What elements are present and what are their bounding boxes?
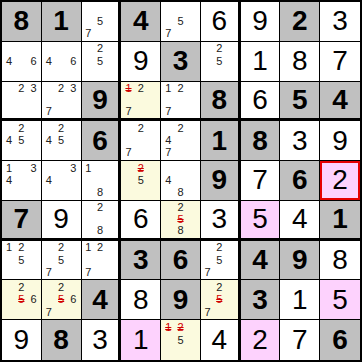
candidate-slot-empty [43, 281, 55, 293]
cell-r5c2[interactable]: 34 [42, 161, 82, 201]
candidate-4: 4 [43, 135, 55, 147]
candidate-slot-empty [187, 334, 199, 347]
cell-r2c4[interactable]: 9 [121, 42, 161, 82]
candidate-slot-empty [147, 83, 159, 95]
entry-digit: 6 [133, 205, 149, 233]
cell-r3c1[interactable]: 23 [2, 82, 42, 122]
candidate-slot-empty [15, 55, 27, 67]
candidate-slot-empty [28, 43, 40, 55]
candidate-slot-empty [43, 162, 55, 174]
candidate-slot-empty [43, 294, 55, 306]
candidate-slot-empty [174, 162, 186, 174]
entry-digit: 9 [133, 47, 149, 75]
cell-r9c1[interactable]: 9 [2, 320, 42, 360]
candidate-grid: 18 [83, 162, 118, 199]
candidate-slot-empty [202, 294, 214, 306]
candidate-slot-empty [3, 266, 15, 278]
candidate-slot-empty [106, 67, 118, 79]
given-digit: 9 [211, 166, 227, 194]
given-digit: 4 [92, 286, 108, 314]
candidate-5: 5 [94, 15, 106, 27]
given-digit: 8 [53, 326, 69, 354]
candidate-slot-empty [225, 55, 237, 67]
cell-r3c6[interactable]: 8 [201, 82, 241, 122]
cell-r8c4[interactable]: 8 [121, 280, 161, 320]
candidate-slot-empty [28, 266, 40, 278]
cell-r4c6[interactable]: 1 [201, 121, 241, 161]
entry-digit: 1 [133, 326, 149, 354]
candidate-slot-empty [3, 106, 15, 118]
candidate-8: 8 [174, 225, 186, 237]
cell-r3c3[interactable]: 9 [82, 82, 122, 122]
candidate-slot-empty [174, 135, 186, 147]
candidate-grid: 25 [202, 43, 237, 80]
sudoku-board: 8157457692346462593251872323791271278654… [0, 0, 362, 362]
cell-r9c6[interactable]: 4 [201, 320, 241, 360]
candidate-slot-empty [147, 135, 159, 147]
candidate-2: 2 [135, 122, 147, 134]
candidate-slot-empty [67, 266, 79, 278]
candidate-grid: 245 [43, 122, 80, 159]
candidate-slot-empty [83, 213, 95, 225]
candidate-grid: 34 [43, 162, 80, 199]
candidate-2: 2 [55, 83, 67, 95]
candidate-slot-empty [3, 294, 15, 306]
cell-r9c5[interactable]: 125 [161, 320, 201, 360]
candidate-slot-empty [3, 306, 15, 318]
cell-r2c2[interactable]: 46 [42, 42, 82, 82]
candidate-slot-empty [187, 346, 199, 359]
cell-r4c2[interactable]: 245 [42, 121, 82, 161]
entry-digit: 6 [252, 86, 268, 114]
candidate-grid: 57 [83, 3, 118, 40]
given-digit: 8 [14, 7, 30, 35]
candidate-slot-empty [174, 28, 186, 40]
given-digit: 5 [292, 86, 308, 114]
candidate-slot-empty [67, 187, 79, 199]
candidate-slot-empty [122, 174, 134, 186]
candidate-slot-empty [106, 187, 118, 199]
candidate-5: 5 [213, 55, 225, 67]
candidate-slot-empty [94, 3, 106, 15]
cell-r2c8[interactable]: 8 [280, 42, 320, 82]
candidate-grid: 28 [83, 202, 118, 237]
cell-r1c8[interactable]: 2 [280, 2, 320, 42]
candidate-slot-empty [3, 94, 15, 106]
cell-r8c1[interactable]: 256 [2, 280, 42, 320]
candidate-5: 5 [213, 254, 225, 266]
candidate-slot-empty [94, 67, 106, 79]
candidate-2: 2 [15, 122, 27, 134]
candidate-5: 5 [15, 254, 27, 266]
candidate-slot-empty [67, 242, 79, 254]
candidate-4: 4 [43, 55, 55, 67]
cell-r5c7[interactable]: 7 [241, 161, 281, 201]
candidate-1: 1 [83, 162, 95, 174]
candidate-grid: 125 [3, 242, 40, 279]
candidate-grid: 257 [202, 281, 237, 318]
candidate-slot-empty [135, 106, 147, 118]
cell-r8c6[interactable]: 257 [201, 280, 241, 320]
candidate-2: 2 [174, 83, 186, 95]
candidate-slot-empty [122, 135, 134, 147]
cell-r3c5[interactable]: 127 [161, 82, 201, 122]
candidate-5: 5 [174, 15, 186, 27]
candidate-slot-empty [28, 135, 40, 147]
candidate-grid: 257 [202, 242, 237, 279]
entry-digit: 8 [332, 246, 348, 274]
candidate-slot-empty [3, 147, 15, 159]
cell-r9c8[interactable]: 7 [280, 320, 320, 360]
candidate-2: 2 [213, 242, 225, 254]
cell-r1c1[interactable]: 8 [2, 2, 42, 42]
cell-r6c6[interactable]: 3 [201, 201, 241, 241]
candidate-7: 7 [202, 266, 214, 278]
candidate-4: 4 [3, 135, 15, 147]
given-digit: 6 [173, 246, 189, 274]
candidate-8: 8 [174, 187, 186, 199]
candidate-grid: 245 [3, 122, 40, 159]
cell-r4c8[interactable]: 3 [280, 121, 320, 161]
candidate-2: 2 [15, 83, 27, 95]
candidate-2: 2 [213, 43, 225, 55]
candidate-slot-empty [147, 122, 159, 134]
candidate-1: 1 [3, 242, 15, 254]
candidate-slot-empty [28, 67, 40, 79]
cell-r3c4[interactable]: 127 [121, 82, 161, 122]
candidate-slot-empty [106, 266, 118, 278]
given-digit: 9 [92, 86, 108, 114]
candidate-5: 5 [135, 174, 147, 186]
cell-r6c8[interactable]: 4 [280, 201, 320, 241]
cell-r5c8[interactable]: 6 [280, 161, 320, 201]
candidate-slot-empty [106, 174, 118, 186]
cell-r9c7[interactable]: 2 [241, 320, 281, 360]
candidate-2-eliminated: 2 [135, 162, 147, 174]
candidate-slot-empty [67, 94, 79, 106]
candidate-slot-empty [43, 67, 55, 79]
candidate-slot-empty [83, 55, 95, 67]
given-digit: 6 [332, 326, 348, 354]
cell-r4c5[interactable]: 247 [161, 121, 201, 161]
cell-r9c2[interactable]: 8 [42, 320, 82, 360]
candidate-slot-empty [135, 187, 147, 199]
candidate-slot-empty [162, 162, 174, 174]
cell-r6c1[interactable]: 7 [2, 201, 42, 241]
candidate-slot-empty [147, 94, 159, 106]
candidate-slot-empty [147, 187, 159, 199]
candidate-2-eliminated: 2 [174, 321, 186, 334]
candidate-slot-empty [174, 94, 186, 106]
candidate-slot-empty [55, 306, 67, 318]
candidate-slot-empty [43, 43, 55, 55]
cell-r8c9[interactable]: 5 [320, 280, 360, 320]
given-digit: 4 [252, 246, 268, 274]
candidate-slot-empty [202, 242, 214, 254]
candidate-grid: 2567 [43, 281, 80, 318]
candidate-slot-empty [94, 162, 106, 174]
candidate-slot-empty [187, 94, 199, 106]
candidate-slot-empty [106, 242, 118, 254]
candidate-slot-empty [135, 135, 147, 147]
candidate-slot-empty [187, 187, 199, 199]
candidate-slot-empty [94, 254, 106, 266]
candidate-slot-empty [162, 213, 174, 225]
candidate-slot-empty [3, 187, 15, 199]
candidate-slot-empty [67, 43, 79, 55]
candidate-slot-empty [67, 122, 79, 134]
cell-r7c9[interactable]: 8 [320, 241, 360, 281]
cell-r1c7[interactable]: 9 [241, 2, 281, 42]
cell-r2c3[interactable]: 25 [82, 42, 122, 82]
cell-r5c1[interactable]: 134 [2, 161, 42, 201]
candidate-slot-empty [147, 147, 159, 159]
cell-r5c3[interactable]: 18 [82, 161, 122, 201]
candidate-3: 3 [67, 83, 79, 95]
cell-r7c8[interactable]: 9 [280, 241, 320, 281]
candidate-slot-empty [67, 254, 79, 266]
candidate-4: 4 [43, 174, 55, 186]
candidate-slot-empty [55, 94, 67, 106]
entry-digit: 4 [211, 326, 227, 354]
candidate-slot-empty [83, 67, 95, 79]
candidate-slot-empty [202, 281, 214, 293]
candidate-slot-empty [3, 254, 15, 266]
entry-digit: 3 [332, 7, 348, 35]
candidate-2: 2 [55, 242, 67, 254]
candidate-slot-empty [122, 162, 134, 174]
candidate-slot-empty [83, 202, 95, 214]
cell-r7c6[interactable]: 257 [201, 241, 241, 281]
cell-r7c7[interactable]: 4 [241, 241, 281, 281]
candidate-5: 5 [15, 135, 27, 147]
candidate-slot-empty [162, 334, 174, 347]
cell-r2c9[interactable]: 7 [320, 42, 360, 82]
cell-r8c5[interactable]: 9 [161, 280, 201, 320]
candidate-slot-empty [43, 83, 55, 95]
candidate-7: 7 [43, 266, 55, 278]
candidate-slot-empty [94, 174, 106, 186]
candidate-slot-empty [15, 266, 27, 278]
candidate-slot-empty [225, 67, 237, 79]
candidate-7: 7 [83, 28, 95, 40]
candidate-slot-empty [15, 67, 27, 79]
candidate-slot-empty [67, 106, 79, 118]
candidate-slot-empty [3, 281, 15, 293]
cell-r1c3[interactable]: 57 [82, 2, 122, 42]
candidate-4: 4 [162, 135, 174, 147]
cell-r7c3[interactable]: 127 [82, 241, 122, 281]
candidate-slot-empty [3, 122, 15, 134]
candidate-slot-empty [43, 147, 55, 159]
entry-digit: 7 [332, 47, 348, 75]
cell-r1c6[interactable]: 6 [201, 2, 241, 42]
cell-r8c8[interactable]: 1 [280, 280, 320, 320]
cell-r3c7[interactable]: 6 [241, 82, 281, 122]
cell-r1c2[interactable]: 1 [42, 2, 82, 42]
candidate-slot-empty [202, 43, 214, 55]
cell-r1c9[interactable]: 3 [320, 2, 360, 42]
candidate-grid: 23 [3, 83, 40, 118]
entry-digit: 2 [332, 166, 348, 194]
entry-digit: 9 [14, 326, 30, 354]
candidate-slot-empty [94, 28, 106, 40]
candidate-slot-empty [15, 94, 27, 106]
candidate-1-eliminated: 1 [122, 83, 134, 95]
entry-digit: 9 [252, 7, 268, 35]
candidate-slot-empty [162, 122, 174, 134]
candidate-slot-empty [174, 3, 186, 15]
cell-r4c7[interactable]: 8 [241, 121, 281, 161]
candidate-1: 1 [3, 162, 15, 174]
candidate-grid: 256 [3, 281, 40, 318]
cell-r5c4[interactable]: 25 [121, 161, 161, 201]
candidate-grid: 127 [162, 83, 199, 118]
candidate-slot-empty [43, 242, 55, 254]
cell-r7c5[interactable]: 6 [161, 241, 201, 281]
cell-r6c3[interactable]: 28 [82, 201, 122, 241]
candidate-6: 6 [28, 294, 40, 306]
candidate-1: 1 [162, 83, 174, 95]
cell-r4c4[interactable]: 27 [121, 121, 161, 161]
candidate-7: 7 [122, 106, 134, 118]
cell-r7c2[interactable]: 257 [42, 241, 82, 281]
candidate-slot-empty [28, 187, 40, 199]
candidate-slot-empty [83, 187, 95, 199]
cell-r7c4[interactable]: 3 [121, 241, 161, 281]
cell-r7c1[interactable]: 125 [2, 241, 42, 281]
cell-r1c5[interactable]: 57 [161, 2, 201, 42]
candidate-3: 3 [67, 162, 79, 174]
candidate-5: 5 [94, 55, 106, 67]
cell-r2c1[interactable]: 46 [2, 42, 42, 82]
candidate-2: 2 [94, 43, 106, 55]
candidate-grid: 46 [3, 43, 40, 80]
cell-r6c9[interactable]: 1 [320, 201, 360, 241]
given-digit: 1 [332, 205, 348, 233]
candidate-2: 2 [174, 202, 186, 214]
cell-r8c7[interactable]: 3 [241, 280, 281, 320]
cell-r3c2[interactable]: 237 [42, 82, 82, 122]
candidate-slot-empty [225, 242, 237, 254]
candidate-5: 5 [55, 254, 67, 266]
candidate-slot-empty [28, 106, 40, 118]
candidate-slot-empty [213, 266, 225, 278]
candidate-slot-empty [187, 202, 199, 214]
candidate-slot-empty [162, 346, 174, 359]
entry-digit: 5 [252, 205, 268, 233]
given-digit: 8 [252, 127, 268, 155]
cell-r6c7[interactable]: 5 [241, 201, 281, 241]
candidate-5-eliminated: 5 [213, 294, 225, 306]
cell-r9c4[interactable]: 1 [121, 320, 161, 360]
entry-digit: 2 [252, 326, 268, 354]
cell-r9c9[interactable]: 6 [320, 320, 360, 360]
candidate-slot-empty [106, 202, 118, 214]
candidate-slot-empty [15, 43, 27, 55]
candidate-slot-empty [94, 266, 106, 278]
candidate-7: 7 [202, 306, 214, 318]
cell-r8c2[interactable]: 2567 [42, 280, 82, 320]
candidate-slot-empty [213, 67, 225, 79]
candidate-slot-empty [28, 147, 40, 159]
cell-r6c2[interactable]: 9 [42, 201, 82, 241]
entry-digit: 6 [211, 7, 227, 35]
candidate-slot-empty [67, 135, 79, 147]
cell-r5c6[interactable]: 9 [201, 161, 241, 201]
cell-r6c4[interactable]: 6 [121, 201, 161, 241]
candidate-slot-empty [187, 213, 199, 225]
entry-digit: 8 [133, 286, 149, 314]
candidate-slot-empty [55, 266, 67, 278]
cell-r4c3[interactable]: 6 [82, 121, 122, 161]
candidate-slot-empty [162, 187, 174, 199]
candidate-slot-empty [15, 187, 27, 199]
candidate-slot-empty [147, 162, 159, 174]
candidate-grid: 257 [43, 242, 80, 279]
given-digit: 1 [211, 127, 227, 155]
candidate-5-eliminated: 5 [174, 213, 186, 225]
cell-r2c5[interactable]: 3 [161, 42, 201, 82]
candidate-slot-empty [106, 213, 118, 225]
cell-r2c6[interactable]: 25 [201, 42, 241, 82]
candidate-2: 2 [15, 242, 27, 254]
cell-r5c5[interactable]: 48 [161, 161, 201, 201]
candidate-grid: 134 [3, 162, 40, 199]
candidate-slot-empty [106, 43, 118, 55]
cell-r9c3[interactable]: 3 [82, 320, 122, 360]
candidate-slot-empty [83, 15, 95, 27]
candidate-slot-empty [225, 254, 237, 266]
cell-r3c9[interactable]: 4 [320, 82, 360, 122]
candidate-slot-empty [213, 306, 225, 318]
candidate-2: 2 [94, 242, 106, 254]
candidate-7: 7 [43, 306, 55, 318]
candidate-2: 2 [174, 122, 186, 134]
given-digit: 7 [14, 205, 30, 233]
candidate-slot-empty [225, 266, 237, 278]
cell-r5c9[interactable]: 2 [320, 161, 360, 201]
given-digit: 4 [332, 86, 348, 114]
candidate-grid: 127 [122, 83, 159, 118]
candidate-slot-empty [187, 135, 199, 147]
candidate-5-eliminated: 5 [55, 294, 67, 306]
candidate-3: 3 [28, 83, 40, 95]
given-digit: 6 [92, 127, 108, 155]
candidate-grid: 247 [162, 122, 199, 159]
cell-r1c4[interactable]: 4 [121, 2, 161, 42]
candidate-slot-empty [187, 3, 199, 15]
candidate-slot-empty [187, 106, 199, 118]
candidate-slot-empty [106, 15, 118, 27]
candidate-slot-empty [225, 43, 237, 55]
cell-r3c8[interactable]: 5 [280, 82, 320, 122]
cell-r8c3[interactable]: 4 [82, 280, 122, 320]
cell-r2c7[interactable]: 1 [241, 42, 281, 82]
candidate-slot-empty [162, 94, 174, 106]
candidate-grid: 46 [43, 43, 80, 80]
cell-r4c1[interactable]: 245 [2, 121, 42, 161]
candidate-4: 4 [162, 174, 174, 186]
candidate-slot-empty [162, 15, 174, 27]
candidate-slot-empty [83, 3, 95, 15]
candidate-slot-empty [15, 147, 27, 159]
cell-r4c9[interactable]: 9 [320, 121, 360, 161]
candidate-slot-empty [15, 106, 27, 118]
cell-r6c5[interactable]: 258 [161, 201, 201, 241]
candidate-slot-empty [187, 321, 199, 334]
candidate-slot-empty [28, 242, 40, 254]
